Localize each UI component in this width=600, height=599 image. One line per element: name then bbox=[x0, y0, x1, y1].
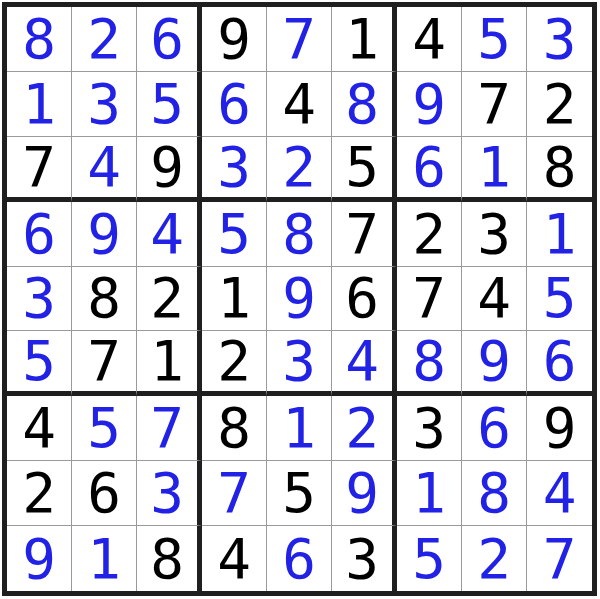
cell-r4c9[interactable]: 1 bbox=[527, 202, 592, 267]
cell-r4c2[interactable]: 9 bbox=[72, 202, 137, 267]
cell-r9c5[interactable]: 6 bbox=[267, 526, 332, 591]
cell-r3c1[interactable]: 7 bbox=[7, 137, 72, 202]
cell-r6c6[interactable]: 4 bbox=[332, 331, 397, 396]
cell-r5c9[interactable]: 5 bbox=[527, 267, 592, 332]
cell-r4c8[interactable]: 3 bbox=[462, 202, 527, 267]
cell-r3c9[interactable]: 8 bbox=[527, 137, 592, 202]
cell-r2c8[interactable]: 7 bbox=[462, 72, 527, 137]
cell-r1c3[interactable]: 6 bbox=[137, 7, 202, 72]
cell-r3c6[interactable]: 5 bbox=[332, 137, 397, 202]
cell-r6c1[interactable]: 5 bbox=[7, 331, 72, 396]
cell-r7c1[interactable]: 4 bbox=[7, 396, 72, 461]
cell-r8c5[interactable]: 5 bbox=[267, 461, 332, 526]
cell-r8c3[interactable]: 3 bbox=[137, 461, 202, 526]
cell-r7c2[interactable]: 5 bbox=[72, 396, 137, 461]
cell-r3c3[interactable]: 9 bbox=[137, 137, 202, 202]
cell-r4c6[interactable]: 7 bbox=[332, 202, 397, 267]
cell-r4c3[interactable]: 4 bbox=[137, 202, 202, 267]
cell-r6c2[interactable]: 7 bbox=[72, 331, 137, 396]
cell-r5c3[interactable]: 2 bbox=[137, 267, 202, 332]
cell-r1c2[interactable]: 2 bbox=[72, 7, 137, 72]
cell-r5c7[interactable]: 7 bbox=[397, 267, 462, 332]
cell-r9c7[interactable]: 5 bbox=[397, 526, 462, 591]
cell-r7c4[interactable]: 8 bbox=[202, 396, 267, 461]
cell-r6c7[interactable]: 8 bbox=[397, 331, 462, 396]
cell-r5c8[interactable]: 4 bbox=[462, 267, 527, 332]
cell-r1c8[interactable]: 5 bbox=[462, 7, 527, 72]
cell-r7c8[interactable]: 6 bbox=[462, 396, 527, 461]
cell-r9c6[interactable]: 3 bbox=[332, 526, 397, 591]
cell-r1c4[interactable]: 9 bbox=[202, 7, 267, 72]
cell-r1c9[interactable]: 3 bbox=[527, 7, 592, 72]
cell-r8c1[interactable]: 2 bbox=[7, 461, 72, 526]
cell-r6c3[interactable]: 1 bbox=[137, 331, 202, 396]
cell-r6c9[interactable]: 6 bbox=[527, 331, 592, 396]
cell-r7c6[interactable]: 2 bbox=[332, 396, 397, 461]
cell-r2c7[interactable]: 9 bbox=[397, 72, 462, 137]
cell-r7c9[interactable]: 9 bbox=[527, 396, 592, 461]
cell-r7c7[interactable]: 3 bbox=[397, 396, 462, 461]
cell-r9c2[interactable]: 1 bbox=[72, 526, 137, 591]
cell-r4c1[interactable]: 6 bbox=[7, 202, 72, 267]
cell-r3c7[interactable]: 6 bbox=[397, 137, 462, 202]
cell-r9c1[interactable]: 9 bbox=[7, 526, 72, 591]
cell-r7c3[interactable]: 7 bbox=[137, 396, 202, 461]
cell-r1c7[interactable]: 4 bbox=[397, 7, 462, 72]
cell-r6c8[interactable]: 9 bbox=[462, 331, 527, 396]
cell-r8c9[interactable]: 4 bbox=[527, 461, 592, 526]
cell-r9c3[interactable]: 8 bbox=[137, 526, 202, 591]
cell-r5c4[interactable]: 1 bbox=[202, 267, 267, 332]
cell-r4c4[interactable]: 5 bbox=[202, 202, 267, 267]
sudoku-board: 8269714531356489727493256186945872313821… bbox=[2, 2, 597, 596]
cell-r7c5[interactable]: 1 bbox=[267, 396, 332, 461]
cell-r2c9[interactable]: 2 bbox=[527, 72, 592, 137]
cell-r5c2[interactable]: 8 bbox=[72, 267, 137, 332]
cell-r3c2[interactable]: 4 bbox=[72, 137, 137, 202]
cell-r2c6[interactable]: 8 bbox=[332, 72, 397, 137]
cell-r9c4[interactable]: 4 bbox=[202, 526, 267, 591]
cell-r9c9[interactable]: 7 bbox=[527, 526, 592, 591]
cell-r8c6[interactable]: 9 bbox=[332, 461, 397, 526]
cell-r3c8[interactable]: 1 bbox=[462, 137, 527, 202]
cell-r3c4[interactable]: 3 bbox=[202, 137, 267, 202]
cell-r8c7[interactable]: 1 bbox=[397, 461, 462, 526]
cell-r1c6[interactable]: 1 bbox=[332, 7, 397, 72]
cell-r9c8[interactable]: 2 bbox=[462, 526, 527, 591]
cell-r2c5[interactable]: 4 bbox=[267, 72, 332, 137]
cell-r1c5[interactable]: 7 bbox=[267, 7, 332, 72]
cell-r2c2[interactable]: 3 bbox=[72, 72, 137, 137]
cell-r8c2[interactable]: 6 bbox=[72, 461, 137, 526]
cell-r4c7[interactable]: 2 bbox=[397, 202, 462, 267]
cell-r6c4[interactable]: 2 bbox=[202, 331, 267, 396]
cell-r2c3[interactable]: 5 bbox=[137, 72, 202, 137]
cell-r8c4[interactable]: 7 bbox=[202, 461, 267, 526]
cell-r8c8[interactable]: 8 bbox=[462, 461, 527, 526]
cell-r5c6[interactable]: 6 bbox=[332, 267, 397, 332]
cell-r1c1[interactable]: 8 bbox=[7, 7, 72, 72]
cell-r2c1[interactable]: 1 bbox=[7, 72, 72, 137]
cell-r6c5[interactable]: 3 bbox=[267, 331, 332, 396]
cell-r4c5[interactable]: 8 bbox=[267, 202, 332, 267]
cell-r5c1[interactable]: 3 bbox=[7, 267, 72, 332]
cell-r5c5[interactable]: 9 bbox=[267, 267, 332, 332]
cell-r2c4[interactable]: 6 bbox=[202, 72, 267, 137]
cell-r3c5[interactable]: 2 bbox=[267, 137, 332, 202]
